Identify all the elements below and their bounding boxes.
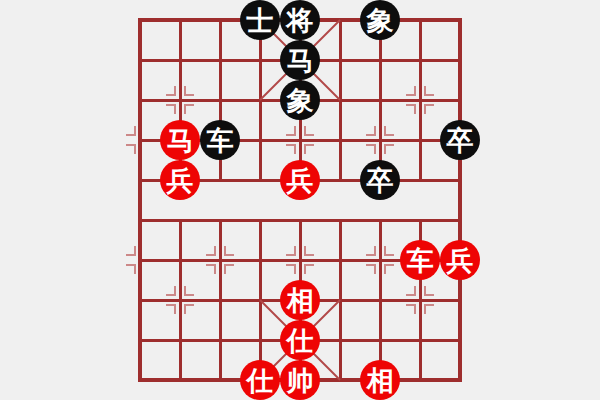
xiangqi-board: 士将象马象车卒卒马兵兵车兵相仕仕帅相 xyxy=(0,0,600,400)
piece-red-chariot[interactable]: 车 xyxy=(400,240,440,280)
piece-red-pawn[interactable]: 兵 xyxy=(160,160,200,200)
piece-black-pawn[interactable]: 卒 xyxy=(360,160,400,200)
piece-black-elephant[interactable]: 象 xyxy=(280,80,320,120)
piece-red-advisor[interactable]: 仕 xyxy=(280,320,320,360)
piece-black-horse[interactable]: 马 xyxy=(280,40,320,80)
piece-red-horse[interactable]: 马 xyxy=(160,120,200,160)
pieces-grid: 士将象马象车卒卒马兵兵车兵相仕仕帅相 xyxy=(120,0,480,400)
piece-red-general[interactable]: 帅 xyxy=(280,360,320,400)
piece-red-advisor[interactable]: 仕 xyxy=(240,360,280,400)
piece-black-advisor[interactable]: 士 xyxy=(240,0,280,40)
piece-black-chariot[interactable]: 车 xyxy=(200,120,240,160)
piece-red-pawn[interactable]: 兵 xyxy=(280,160,320,200)
piece-red-elephant[interactable]: 相 xyxy=(280,280,320,320)
piece-black-elephant[interactable]: 象 xyxy=(360,0,400,40)
piece-black-general[interactable]: 将 xyxy=(280,0,320,40)
piece-red-elephant[interactable]: 相 xyxy=(360,360,400,400)
piece-red-pawn[interactable]: 兵 xyxy=(440,240,480,280)
piece-black-pawn[interactable]: 卒 xyxy=(440,120,480,160)
